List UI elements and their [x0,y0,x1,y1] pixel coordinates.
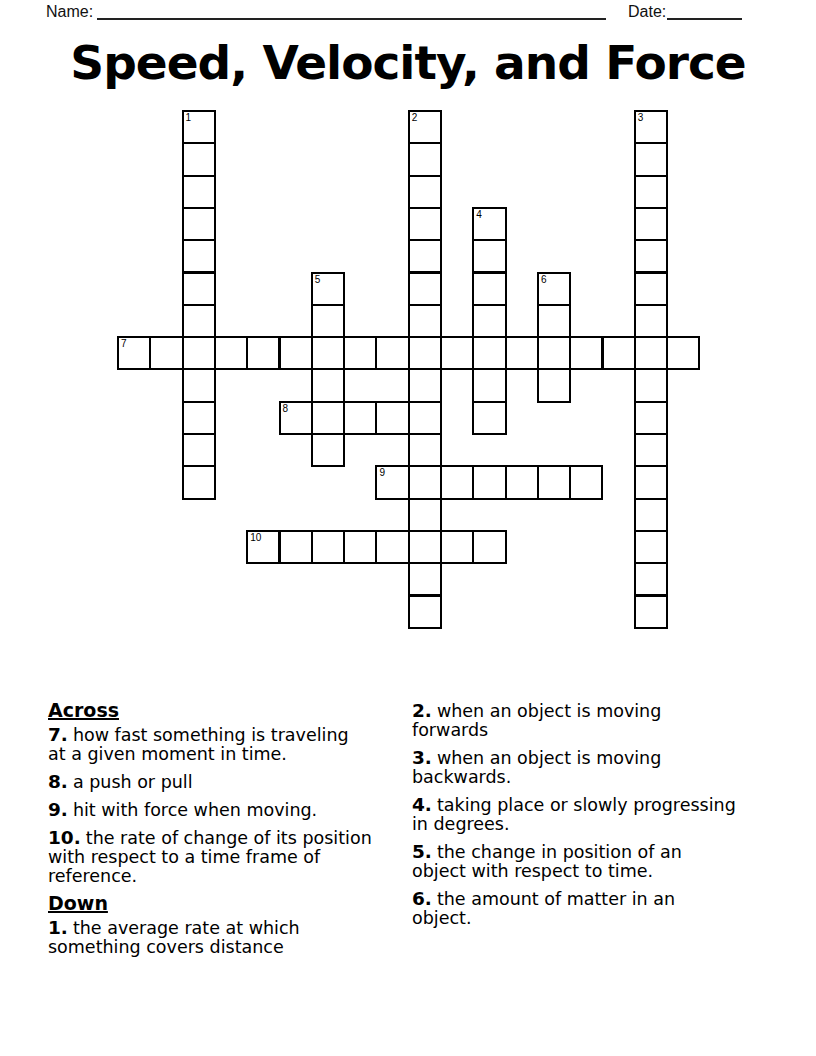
grid-cell-r13c11[interactable] [472,530,506,564]
grid-cell-r13c4[interactable]: 10 [246,530,280,564]
grid-cell-r8c16[interactable] [634,368,668,402]
grid-cell-r2c2[interactable] [182,175,216,209]
date-label: Date: [628,3,666,21]
clue-text: the rate of change of its position with … [48,828,372,886]
grid-cell-r0c16[interactable]: 3 [634,110,668,144]
clue-number: 2. [412,700,432,721]
grid-cell-r11c14[interactable] [569,465,603,499]
grid-cell-r7c1[interactable] [149,336,183,370]
grid-cell-r9c2[interactable] [182,401,216,435]
grid-cell-r3c11[interactable]: 4 [472,207,506,241]
clue-text: when an object is moving forwards [412,701,661,740]
grid-cell-r7c4[interactable] [246,336,280,370]
clue-down-2: 2.when an object is moving forwards [412,701,736,740]
grid-cell-r13c9[interactable] [408,530,442,564]
grid-cell-r7c3[interactable] [214,336,248,370]
grid-cell-r1c16[interactable] [634,142,668,176]
clue-text: the average rate at which something cove… [48,918,300,957]
cell-number-2: 2 [412,112,418,124]
grid-cell-r8c9[interactable] [408,368,442,402]
grid-cell-r3c2[interactable] [182,207,216,241]
grid-cell-r6c16[interactable] [634,304,668,338]
grid-cell-r5c9[interactable] [408,272,442,306]
cell-number-10: 10 [250,532,261,544]
cell-number-9: 9 [379,467,385,479]
grid-cell-r13c10[interactable] [440,530,474,564]
grid-cell-r7c0[interactable]: 7 [117,336,151,370]
grid-cell-r8c13[interactable] [537,368,571,402]
grid-cell-r11c12[interactable] [505,465,539,499]
grid-cell-r5c6[interactable]: 5 [311,272,345,306]
grid-cell-r8c2[interactable] [182,368,216,402]
grid-cell-r7c16[interactable] [634,336,668,370]
clue-across-10: 10.the rate of change of its position wi… [48,828,372,886]
clue-number: 5. [412,841,432,862]
grid-cell-r7c5[interactable] [279,336,313,370]
grid-cell-r2c9[interactable] [408,175,442,209]
grid-cell-r4c2[interactable] [182,239,216,273]
grid-cell-r10c9[interactable] [408,433,442,467]
grid-cell-r11c8[interactable]: 9 [375,465,409,499]
grid-cell-r6c11[interactable] [472,304,506,338]
date-input-line[interactable] [667,18,742,20]
grid-cell-r0c9[interactable]: 2 [408,110,442,144]
grid-cell-r2c16[interactable] [634,175,668,209]
grid-cell-r4c11[interactable] [472,239,506,273]
cell-number-4: 4 [476,209,482,221]
cell-number-7: 7 [121,338,127,350]
grid-cell-r5c2[interactable] [182,272,216,306]
grid-cell-r10c6[interactable] [311,433,345,467]
grid-cell-r15c16[interactable] [634,595,668,629]
clue-across-9: 9.hit with force when moving. [48,800,372,820]
clue-text: how fast something is traveling at a giv… [48,725,349,764]
grid-cell-r12c9[interactable] [408,498,442,532]
clues-right-column: 2.when an object is moving forwards 3.wh… [412,701,736,936]
clue-across-8: 8.a push or pull [48,772,372,792]
clue-text: taking place or slowly progressing in de… [412,795,736,834]
grid-cell-r7c6[interactable] [311,336,345,370]
grid-cell-r13c7[interactable] [343,530,377,564]
grid-cell-r5c11[interactable] [472,272,506,306]
name-label: Name: [46,3,93,21]
grid-cell-r7c12[interactable] [505,336,539,370]
grid-cell-r9c5[interactable]: 8 [279,401,313,435]
grid-cell-r5c13[interactable]: 6 [537,272,571,306]
grid-cell-r13c16[interactable] [634,530,668,564]
grid-cell-r9c9[interactable] [408,401,442,435]
clue-across-7: 7.how fast something is traveling at a g… [48,725,372,764]
grid-cell-r0c2[interactable]: 1 [182,110,216,144]
grid-cell-r7c14[interactable] [569,336,603,370]
clue-text: the amount of matter in an object. [412,889,675,928]
across-heading: Across [48,701,372,720]
clue-down-1: 1.the average rate at which something co… [48,918,372,957]
grid-cell-r12c16[interactable] [634,498,668,532]
clue-text: hit with force when moving. [73,800,317,820]
grid-cell-r4c9[interactable] [408,239,442,273]
grid-cell-r8c6[interactable] [311,368,345,402]
clue-number: 9. [48,799,68,820]
grid-cell-r13c5[interactable] [279,530,313,564]
clue-number: 1. [48,917,68,938]
clue-text: when an object is moving backwards. [412,748,661,787]
grid-cell-r7c9[interactable] [408,336,442,370]
grid-cell-r8c11[interactable] [472,368,506,402]
grid-cell-r9c6[interactable] [311,401,345,435]
grid-cell-r10c2[interactable] [182,433,216,467]
grid-cell-r11c9[interactable] [408,465,442,499]
grid-cell-r7c7[interactable] [343,336,377,370]
grid-cell-r7c2[interactable] [182,336,216,370]
grid-cell-r14c16[interactable] [634,562,668,596]
grid-cell-r7c10[interactable] [440,336,474,370]
clue-number: 4. [412,794,432,815]
crossword-grid: 12345678910 [117,110,703,632]
grid-cell-r4c16[interactable] [634,239,668,273]
cell-number-5: 5 [315,274,321,286]
clue-down-5: 5.the change in position of an object wi… [412,842,736,881]
grid-cell-r6c13[interactable] [537,304,571,338]
worksheet-title: Speed, Velocity, and Force [0,35,816,91]
clue-number: 10. [48,827,81,848]
grid-cell-r9c11[interactable] [472,401,506,435]
grid-cell-r13c8[interactable] [375,530,409,564]
grid-cell-r6c9[interactable] [408,304,442,338]
clue-down-3: 3.when an object is moving backwards. [412,748,736,787]
grid-cell-r3c9[interactable] [408,207,442,241]
grid-cell-r11c13[interactable] [537,465,571,499]
grid-cell-r3c16[interactable] [634,207,668,241]
name-input-line[interactable] [97,18,606,20]
cell-number-6: 6 [541,274,547,286]
worksheet-page: Name: Date: Speed, Velocity, and Force 1… [0,0,816,1056]
clue-down-4: 4.taking place or slowly progressing in … [412,795,736,834]
cell-number-8: 8 [283,403,289,415]
grid-cell-r9c7[interactable] [343,401,377,435]
grid-cell-r7c15[interactable] [602,336,636,370]
cell-number-1: 1 [186,112,192,124]
grid-cell-r15c9[interactable] [408,595,442,629]
clue-number: 7. [48,724,68,745]
grid-cell-r5c16[interactable] [634,272,668,306]
grid-cell-r10c16[interactable] [634,433,668,467]
grid-cell-r14c9[interactable] [408,562,442,596]
clue-text: the change in position of an object with… [412,842,682,881]
clues-left-column: Across 7.how fast something is traveling… [48,701,372,965]
grid-cell-r7c8[interactable] [375,336,409,370]
grid-cell-r6c6[interactable] [311,304,345,338]
grid-cell-r9c8[interactable] [375,401,409,435]
grid-cell-r11c2[interactable] [182,465,216,499]
clue-down-6: 6.the amount of matter in an object. [412,889,736,928]
clue-number: 3. [412,747,432,768]
grid-cell-r7c11[interactable] [472,336,506,370]
grid-cell-r9c16[interactable] [634,401,668,435]
grid-cell-r7c17[interactable] [666,336,700,370]
clue-number: 8. [48,771,68,792]
cell-number-3: 3 [638,112,644,124]
grid-cell-r6c2[interactable] [182,304,216,338]
down-heading: Down [48,894,372,913]
grid-cell-r13c6[interactable] [311,530,345,564]
grid-cell-r1c9[interactable] [408,142,442,176]
grid-cell-r11c10[interactable] [440,465,474,499]
grid-cell-r7c13[interactable] [537,336,571,370]
grid-cell-r11c11[interactable] [472,465,506,499]
grid-cell-r1c2[interactable] [182,142,216,176]
grid-cell-r11c16[interactable] [634,465,668,499]
clue-number: 6. [412,888,432,909]
clue-text: a push or pull [73,772,193,792]
